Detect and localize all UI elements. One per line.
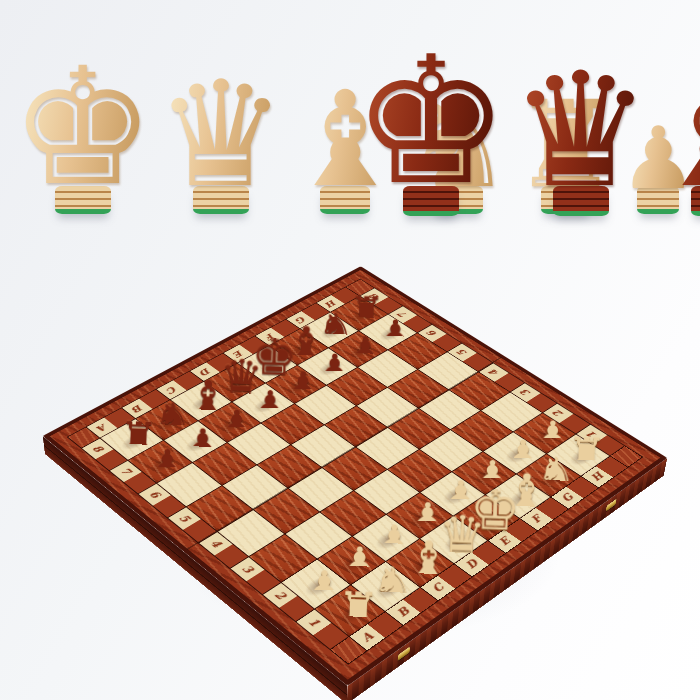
piece-shadow [181,433,216,455]
piece-shadow [117,431,152,453]
piece-shadow [216,413,251,435]
piece-shadow [253,357,286,377]
piece-shadow [531,424,564,446]
piece-shadow [472,508,508,533]
rank-label-text: 3 [511,383,541,402]
piece-shadow [565,446,599,469]
piece-shadow [371,527,407,552]
file-label-text: F [520,508,553,530]
piece-shadow [470,464,505,487]
board-ring: ABCDEFGH8♜♞♝♛♚♝♞♜87♟♟♟♟♟♟♟♟7665544332♟♟♟… [67,279,644,665]
piece-shadow [334,599,372,627]
brass-clasp-icon [606,499,617,512]
piece-shadow [504,487,539,511]
piece-shadow [336,550,373,576]
piece-shadow [535,466,569,489]
piece-shadow [405,506,441,530]
chess-board: ABCDEFGH8♜♞♝♛♚♝♞♜87♟♟♟♟♟♟♟♟7665544332♟♟♟… [43,266,668,686]
corner-cell [68,427,99,447]
piece-shadow [370,575,408,602]
piece-shadow [439,530,475,555]
piece-shadow [438,484,473,508]
brass-clasp-icon [398,646,410,661]
piece-shadow [405,552,442,578]
product-photo-page: { "game": "chess", "description": "Hand-… [0,0,700,700]
piece-shadow [501,444,535,466]
piece-shadow [314,359,347,379]
board-scene: ABCDEFGH8♜♞♝♛♚♝♞♜87♟♟♟♟♟♟♟♟7665544332♟♟♟… [0,0,700,700]
